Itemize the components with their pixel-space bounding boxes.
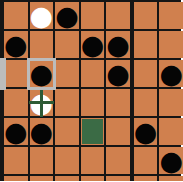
cell-r4c4[interactable] [81,118,105,145]
cell-r2c3[interactable] [55,60,79,87]
black-stone: ● [134,118,158,145]
cell-r5c1[interactable] [4,147,28,174]
cell-r3c8[interactable] [159,89,183,116]
cell-r1c8[interactable] [159,31,183,58]
cell-r3c3[interactable] [55,89,79,116]
cell-r4c1[interactable]: ● [4,118,28,145]
cell-r6c8[interactable] [159,176,183,181]
cell-r6c5[interactable]: ● [106,176,130,181]
cell-r0c8[interactable] [159,2,183,29]
black-stone: ● [55,176,79,182]
cell-r0c4[interactable] [81,2,105,29]
game-board: ●●●●●●●●●●●●●●●●●● [0,0,181,181]
cell-r1c3[interactable] [55,31,79,58]
cell-r6c1[interactable] [4,176,28,181]
black-stone: ● [81,176,105,182]
cell-r5c7[interactable] [134,147,158,174]
black-stone: ● [55,2,79,29]
cell-r0c1[interactable] [4,2,28,29]
cell-r1c5[interactable]: ● [106,31,130,58]
black-stone: ● [4,118,28,145]
white-stone: ● [30,89,54,116]
cell-r3c1[interactable] [4,89,28,116]
cell-r4c8[interactable] [159,118,183,145]
cell-r5c3[interactable] [55,147,79,174]
black-stone: ● [106,60,130,87]
black-stone: ● [4,31,28,58]
white-stone: ● [30,2,54,29]
cell-r5c4[interactable] [81,147,105,174]
black-stone: ● [81,31,105,58]
cell-r5c8[interactable]: ● [159,147,183,174]
black-stone: ● [159,147,183,174]
cell-r2c4[interactable] [81,60,105,87]
cell-r1c2[interactable] [30,31,54,58]
cell-r2c1[interactable] [4,60,28,87]
cell-r4c2[interactable]: ● [30,118,54,145]
green-square-marker [82,119,104,144]
cell-r5c2[interactable] [30,147,54,174]
cell-r6c7[interactable] [134,176,158,181]
black-stone: ● [159,60,183,87]
black-stone: ● [106,31,130,58]
cell-r3c5[interactable] [106,89,130,116]
cell-r4c3[interactable] [55,118,79,145]
cell-r0c2[interactable]: ● [30,2,54,29]
cell-r1c4[interactable]: ● [81,31,105,58]
cell-r6c2[interactable]: ● [30,176,54,181]
white-stone: ● [106,176,130,182]
cell-r4c7[interactable]: ● [134,118,158,145]
cell-r3c7[interactable] [134,89,158,116]
black-stone: ● [30,176,54,182]
cell-r6c4[interactable]: ● [81,176,105,181]
cell-r3c2[interactable]: ● [30,89,54,116]
cell-r6c3[interactable]: ● [55,176,79,181]
cell-r0c7[interactable] [134,2,158,29]
cell-r0c3[interactable]: ● [55,2,79,29]
cell-r3c4[interactable] [81,89,105,116]
cell-r2c8[interactable]: ● [159,60,183,87]
cell-r1c7[interactable] [134,31,158,58]
cell-r2c2[interactable]: ● [30,60,54,87]
cell-r2c5[interactable]: ● [106,60,130,87]
cell-r1c1[interactable]: ● [4,31,28,58]
cell-r0c5[interactable] [106,2,130,29]
black-stone: ● [30,60,54,87]
cell-r5c5[interactable] [106,147,130,174]
cell-r2c7[interactable] [134,60,158,87]
cell-r4c5[interactable] [106,118,130,145]
black-stone: ● [30,118,54,145]
